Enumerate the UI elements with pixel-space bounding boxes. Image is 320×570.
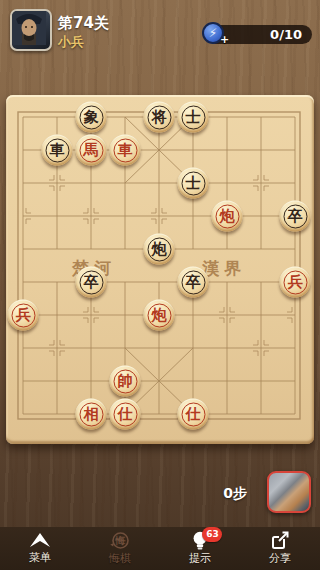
piece-glyph: 卒 xyxy=(186,275,201,290)
menu-up-icon xyxy=(27,532,53,549)
energy-count: 0/10 xyxy=(270,27,302,42)
piece-glyph: 士 xyxy=(186,110,201,125)
piece-ring: 車 xyxy=(113,138,137,162)
piece-red-soldier[interactable]: 兵 xyxy=(280,267,311,298)
piece-black-advisor[interactable]: 士 xyxy=(178,168,209,199)
piece-ring: 将 xyxy=(147,105,171,129)
piece-red-horse[interactable]: 馬 xyxy=(76,135,107,166)
piece-red-advisor[interactable]: 仕 xyxy=(178,399,209,430)
piece-glyph: 仕 xyxy=(118,407,133,422)
piece-red-chariot[interactable]: 車 xyxy=(110,135,141,166)
piece-red-soldier[interactable]: 兵 xyxy=(8,300,39,331)
piece-ring: 帥 xyxy=(113,369,137,393)
piece-glyph: 車 xyxy=(50,143,65,158)
piece-ring: 卒 xyxy=(181,270,205,294)
piece-glyph: 将 xyxy=(152,110,167,125)
piece-red-cannon[interactable]: 炮 xyxy=(212,201,243,232)
piece-ring: 象 xyxy=(79,105,103,129)
move-counter: 0步 xyxy=(223,485,247,503)
piece-ring: 卒 xyxy=(283,204,307,228)
piece-black-general[interactable]: 将 xyxy=(144,102,175,133)
piece-black-soldier[interactable]: 卒 xyxy=(178,267,209,298)
piece-glyph: 帥 xyxy=(118,374,133,389)
piece-glyph: 兵 xyxy=(288,275,303,290)
piece-glyph: 士 xyxy=(186,176,201,191)
piece-black-cannon[interactable]: 炮 xyxy=(144,234,175,265)
piece-glyph: 卒 xyxy=(84,275,99,290)
piece-red-general[interactable]: 帥 xyxy=(110,366,141,397)
piece-ring: 士 xyxy=(181,171,205,195)
piece-glyph: 仕 xyxy=(186,407,201,422)
river-label-right: 漢界 xyxy=(202,257,246,280)
piece-ring: 兵 xyxy=(11,303,35,327)
piece-glyph: 相 xyxy=(84,407,99,422)
piece-ring: 車 xyxy=(45,138,69,162)
menu-button[interactable]: 菜单 xyxy=(0,527,80,570)
undo-label: 悔棋 xyxy=(109,551,131,566)
piece-glyph: 卒 xyxy=(288,209,303,224)
player-avatar[interactable] xyxy=(10,9,52,51)
piece-glyph: 兵 xyxy=(16,308,31,323)
piece-black-advisor[interactable]: 士 xyxy=(178,102,209,133)
share-label: 分享 xyxy=(269,551,291,566)
piece-ring: 卒 xyxy=(79,270,103,294)
piece-glyph: 炮 xyxy=(152,242,167,257)
piece-black-elephant[interactable]: 象 xyxy=(76,102,107,133)
piece-ring: 仕 xyxy=(181,402,205,426)
piece-glyph: 炮 xyxy=(152,308,167,323)
piece-ring: 士 xyxy=(181,105,205,129)
hint-badge: 63 xyxy=(202,527,222,542)
piece-ring: 仕 xyxy=(113,402,137,426)
replay-video-thumbnail[interactable] xyxy=(267,471,311,513)
piece-ring: 相 xyxy=(79,402,103,426)
piece-glyph: 炮 xyxy=(220,209,235,224)
piece-ring: 馬 xyxy=(79,138,103,162)
piece-ring: 兵 xyxy=(283,270,307,294)
piece-ring: 炮 xyxy=(147,237,171,261)
undo-icon: 悔 xyxy=(109,531,131,550)
level-title: 第74关 xyxy=(58,14,109,33)
energy-plus-icon: + xyxy=(220,33,229,46)
menu-label: 菜单 xyxy=(29,550,51,565)
bottom-nav: 菜单 悔 悔棋 63 提示 分享 xyxy=(0,527,320,570)
piece-black-soldier[interactable]: 卒 xyxy=(76,267,107,298)
svg-text:悔: 悔 xyxy=(115,535,126,546)
hint-label: 提示 xyxy=(189,551,211,566)
share-button[interactable]: 分享 xyxy=(240,527,320,570)
share-icon xyxy=(270,531,290,550)
hint-button[interactable]: 63 提示 xyxy=(160,527,240,570)
energy-pill[interactable]: ⚡ + 0/10 xyxy=(206,25,312,44)
piece-black-soldier[interactable]: 卒 xyxy=(280,201,311,232)
piece-glyph: 馬 xyxy=(84,143,99,158)
piece-glyph: 車 xyxy=(118,143,133,158)
piece-red-advisor[interactable]: 仕 xyxy=(110,399,141,430)
xiangqi-board[interactable]: 楚河 漢界 象将士車馬車士炮卒炮卒卒兵兵炮帥相仕仕 xyxy=(6,95,314,444)
piece-glyph: 象 xyxy=(84,110,99,125)
undo-button[interactable]: 悔 悔棋 xyxy=(80,527,160,570)
general-portrait xyxy=(12,11,46,45)
piece-ring: 炮 xyxy=(215,204,239,228)
piece-red-cannon[interactable]: 炮 xyxy=(144,300,175,331)
piece-red-elephant[interactable]: 相 xyxy=(76,399,107,430)
player-rank: 小兵 xyxy=(58,33,84,51)
piece-black-chariot[interactable]: 車 xyxy=(42,135,73,166)
piece-ring: 炮 xyxy=(147,303,171,327)
top-bar: 第74关 小兵 ⚡ + 0/10 xyxy=(0,0,320,58)
